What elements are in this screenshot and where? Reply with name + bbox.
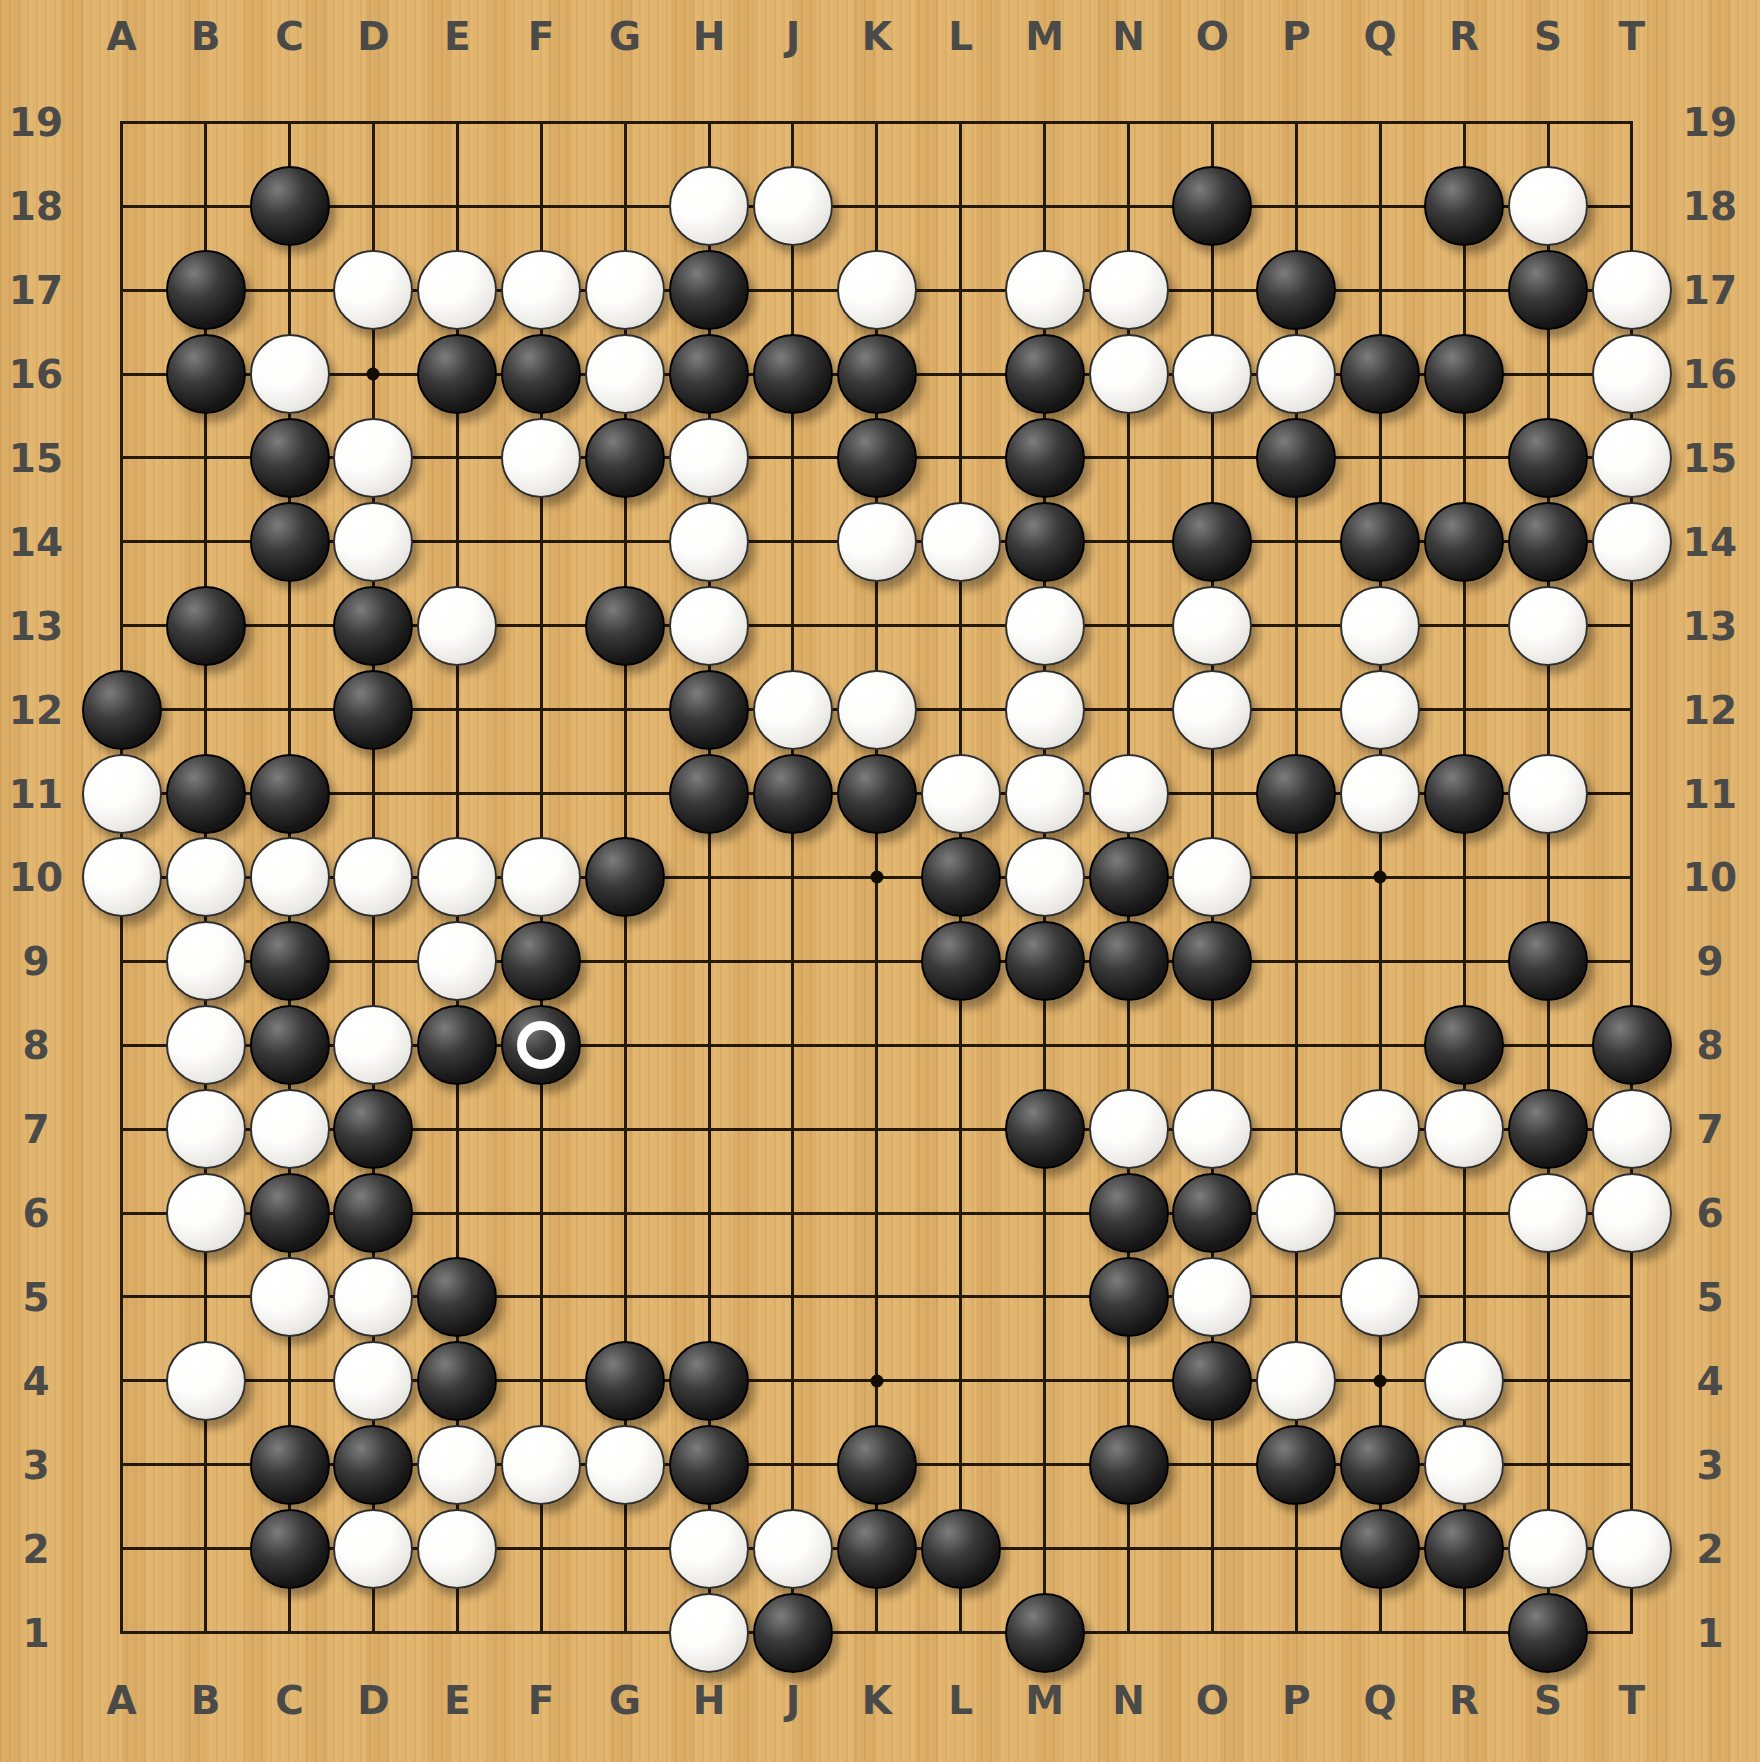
stone-white[interactable]	[1340, 670, 1420, 750]
grid-line-vertical	[1547, 121, 1550, 1634]
go-board[interactable]: AABBCCDDEEFFGGHHJJKKLLMMNNOOPPQQRRSSTT19…	[0, 0, 1760, 1762]
stone-black[interactable]	[82, 670, 162, 750]
stone-white[interactable]	[753, 166, 833, 246]
stone-black[interactable]	[837, 1509, 917, 1589]
stone-white[interactable]	[669, 586, 749, 666]
stone-white[interactable]	[585, 334, 665, 414]
stone-black[interactable]	[1256, 1425, 1336, 1505]
column-label-bottom: R	[1449, 1678, 1479, 1723]
stone-black[interactable]	[837, 754, 917, 834]
stone-black[interactable]	[333, 670, 413, 750]
row-label-right: 15	[1683, 435, 1737, 480]
stone-white[interactable]	[166, 1089, 246, 1169]
stone-black[interactable]	[753, 334, 833, 414]
column-label-top: M	[1025, 14, 1064, 59]
stone-black[interactable]	[1089, 1425, 1169, 1505]
row-label-left: 7	[22, 1107, 49, 1152]
grid-line-horizontal	[120, 1631, 1633, 1634]
stone-white[interactable]	[1172, 334, 1252, 414]
stone-white[interactable]	[333, 1509, 413, 1589]
stone-white[interactable]	[250, 1089, 330, 1169]
stone-white[interactable]	[166, 837, 246, 917]
stone-white[interactable]	[501, 837, 581, 917]
row-label-left: 19	[9, 100, 63, 145]
stone-black[interactable]	[166, 586, 246, 666]
stone-white[interactable]	[1172, 586, 1252, 666]
stone-black[interactable]	[417, 334, 497, 414]
stone-black[interactable]	[250, 1005, 330, 1085]
stone-white[interactable]	[1005, 250, 1085, 330]
stone-black[interactable]	[1172, 502, 1252, 582]
row-label-left: 1	[22, 1610, 49, 1655]
row-label-left: 10	[9, 855, 63, 900]
stone-white[interactable]	[1089, 334, 1169, 414]
stone-black[interactable]	[669, 1425, 749, 1505]
stone-white[interactable]	[166, 1341, 246, 1421]
stone-black[interactable]	[1005, 921, 1085, 1001]
row-label-left: 9	[22, 939, 49, 984]
row-label-left: 6	[22, 1191, 49, 1236]
stone-white[interactable]	[166, 1005, 246, 1085]
column-label-top: C	[275, 14, 304, 59]
star-point	[1374, 871, 1387, 884]
stone-black[interactable]	[585, 1341, 665, 1421]
stone-black[interactable]	[1592, 1005, 1672, 1085]
stone-black[interactable]	[166, 334, 246, 414]
stone-black[interactable]	[585, 418, 665, 498]
stone-black[interactable]	[333, 586, 413, 666]
stone-black[interactable]	[669, 670, 749, 750]
stone-black[interactable]	[837, 334, 917, 414]
row-label-left: 3	[22, 1442, 49, 1487]
stone-black[interactable]	[921, 1509, 1001, 1589]
stone-white[interactable]	[1592, 502, 1672, 582]
stone-black[interactable]	[1172, 921, 1252, 1001]
column-label-top: K	[862, 14, 892, 59]
stone-white[interactable]	[333, 837, 413, 917]
stone-white[interactable]	[333, 502, 413, 582]
stone-white[interactable]	[1508, 754, 1588, 834]
stone-white[interactable]	[501, 418, 581, 498]
stone-white[interactable]	[1592, 1509, 1672, 1589]
stone-black[interactable]	[585, 837, 665, 917]
stone-black[interactable]	[1424, 1005, 1504, 1085]
stone-black[interactable]	[837, 1425, 917, 1505]
stone-white[interactable]	[1424, 1089, 1504, 1169]
stone-black[interactable]	[1005, 334, 1085, 414]
column-label-top: S	[1534, 14, 1562, 59]
column-label-top: P	[1282, 14, 1311, 59]
stone-white[interactable]	[250, 334, 330, 414]
stone-black[interactable]	[501, 921, 581, 1001]
column-label-bottom: M	[1025, 1678, 1064, 1723]
stone-white[interactable]	[669, 1593, 749, 1673]
column-label-bottom: L	[948, 1678, 973, 1723]
stone-black[interactable]	[669, 250, 749, 330]
stone-white[interactable]	[1089, 754, 1169, 834]
column-label-bottom: J	[786, 1678, 801, 1723]
stone-black[interactable]	[166, 250, 246, 330]
stone-black[interactable]	[1508, 502, 1588, 582]
row-label-right: 3	[1696, 1442, 1723, 1487]
column-label-bottom: O	[1196, 1678, 1229, 1723]
row-label-left: 13	[9, 603, 63, 648]
column-label-top: G	[609, 14, 641, 59]
stone-white[interactable]	[1340, 586, 1420, 666]
stone-black[interactable]	[1340, 1509, 1420, 1589]
stone-black[interactable]	[753, 1593, 833, 1673]
stone-black[interactable]	[1089, 921, 1169, 1001]
stone-white[interactable]	[501, 250, 581, 330]
stone-white[interactable]	[417, 1509, 497, 1589]
stone-black[interactable]	[1424, 1509, 1504, 1589]
stone-black[interactable]	[1508, 418, 1588, 498]
row-label-left: 12	[9, 687, 63, 732]
column-label-top: D	[357, 14, 389, 59]
stone-white[interactable]	[1340, 1089, 1420, 1169]
column-label-top: F	[528, 14, 555, 59]
column-label-bottom: C	[275, 1678, 304, 1723]
stone-white[interactable]	[1256, 334, 1336, 414]
stone-black[interactable]	[921, 837, 1001, 917]
stone-black[interactable]	[501, 1005, 581, 1085]
stone-black[interactable]	[585, 586, 665, 666]
stone-black[interactable]	[753, 754, 833, 834]
column-label-bottom: D	[357, 1678, 389, 1723]
stone-white[interactable]	[837, 502, 917, 582]
row-label-left: 15	[9, 435, 63, 480]
stone-white[interactable]	[669, 1509, 749, 1589]
stone-black[interactable]	[1089, 1257, 1169, 1337]
stone-white[interactable]	[669, 166, 749, 246]
stone-black[interactable]	[1005, 502, 1085, 582]
row-label-right: 8	[1696, 1023, 1723, 1068]
stone-black[interactable]	[1089, 1173, 1169, 1253]
column-label-top: H	[693, 14, 726, 59]
stone-white[interactable]	[417, 586, 497, 666]
stone-white[interactable]	[1424, 1341, 1504, 1421]
stone-black[interactable]	[1256, 418, 1336, 498]
stone-white[interactable]	[585, 250, 665, 330]
stone-white[interactable]	[333, 1005, 413, 1085]
stone-black[interactable]	[1005, 1593, 1085, 1673]
stone-white[interactable]	[1508, 1173, 1588, 1253]
stone-black[interactable]	[1508, 250, 1588, 330]
row-label-right: 19	[1683, 100, 1737, 145]
stone-black[interactable]	[1089, 837, 1169, 917]
column-label-bottom: Q	[1364, 1678, 1397, 1723]
row-label-left: 5	[22, 1274, 49, 1319]
row-label-right: 2	[1696, 1526, 1723, 1571]
stone-white[interactable]	[1172, 1257, 1252, 1337]
stone-white[interactable]	[333, 250, 413, 330]
stone-white[interactable]	[1592, 418, 1672, 498]
stone-white[interactable]	[1340, 754, 1420, 834]
stone-white[interactable]	[166, 1173, 246, 1253]
stone-black[interactable]	[417, 1257, 497, 1337]
stone-white[interactable]	[1592, 250, 1672, 330]
stone-white[interactable]	[1592, 1173, 1672, 1253]
stone-white[interactable]	[1508, 1509, 1588, 1589]
stone-black[interactable]	[250, 1173, 330, 1253]
column-label-bottom: A	[107, 1678, 137, 1723]
stone-black[interactable]	[1340, 502, 1420, 582]
stone-black[interactable]	[1508, 921, 1588, 1001]
stone-white[interactable]	[82, 837, 162, 917]
stone-black[interactable]	[669, 754, 749, 834]
stone-black[interactable]	[333, 1425, 413, 1505]
stone-white[interactable]	[1005, 670, 1085, 750]
column-label-bottom: E	[444, 1678, 471, 1723]
stone-black[interactable]	[1172, 166, 1252, 246]
stone-black[interactable]	[417, 1005, 497, 1085]
stone-white[interactable]	[1424, 1425, 1504, 1505]
stone-white[interactable]	[921, 754, 1001, 834]
row-label-right: 13	[1683, 603, 1737, 648]
row-label-right: 5	[1696, 1274, 1723, 1319]
grid-line-horizontal	[120, 960, 1633, 963]
column-label-bottom: T	[1619, 1678, 1646, 1723]
stone-black[interactable]	[1256, 754, 1336, 834]
row-label-right: 1	[1696, 1610, 1723, 1655]
stone-black[interactable]	[166, 754, 246, 834]
column-label-top: A	[107, 14, 137, 59]
row-label-left: 11	[9, 771, 63, 816]
row-label-left: 18	[9, 184, 63, 229]
stone-white[interactable]	[1172, 670, 1252, 750]
stone-black[interactable]	[250, 1509, 330, 1589]
star-point	[870, 871, 883, 884]
star-point	[1374, 1374, 1387, 1387]
stone-white[interactable]	[753, 1509, 833, 1589]
stone-white[interactable]	[1340, 1257, 1420, 1337]
stone-black[interactable]	[1172, 1173, 1252, 1253]
row-label-right: 18	[1683, 184, 1737, 229]
stone-white[interactable]	[250, 1257, 330, 1337]
stone-white[interactable]	[1089, 250, 1169, 330]
last-move-marker	[517, 1021, 565, 1069]
stone-white[interactable]	[1005, 754, 1085, 834]
row-label-right: 16	[1683, 352, 1737, 397]
column-label-bottom: B	[191, 1678, 221, 1723]
stone-white[interactable]	[333, 418, 413, 498]
stone-black[interactable]	[250, 921, 330, 1001]
column-label-top: T	[1619, 14, 1646, 59]
stone-black[interactable]	[1424, 754, 1504, 834]
row-label-right: 10	[1683, 855, 1737, 900]
column-label-bottom: F	[528, 1678, 555, 1723]
row-label-left: 17	[9, 268, 63, 313]
stone-white[interactable]	[333, 1341, 413, 1421]
stone-white[interactable]	[669, 418, 749, 498]
row-label-right: 14	[1683, 519, 1737, 564]
stone-white[interactable]	[82, 754, 162, 834]
stone-white[interactable]	[417, 837, 497, 917]
stone-white[interactable]	[1172, 1089, 1252, 1169]
stone-white[interactable]	[333, 1257, 413, 1337]
stone-black[interactable]	[1424, 166, 1504, 246]
stone-black[interactable]	[250, 1425, 330, 1505]
column-label-bottom: N	[1112, 1678, 1145, 1723]
column-label-top: Q	[1364, 14, 1397, 59]
row-label-left: 4	[22, 1358, 49, 1403]
column-label-top: O	[1196, 14, 1229, 59]
stone-white[interactable]	[1256, 1173, 1336, 1253]
column-label-bottom: K	[862, 1678, 892, 1723]
stone-white[interactable]	[669, 502, 749, 582]
stone-white[interactable]	[585, 1425, 665, 1505]
stone-black[interactable]	[250, 502, 330, 582]
stone-white[interactable]	[166, 921, 246, 1001]
star-point	[367, 368, 380, 381]
column-label-top: E	[444, 14, 471, 59]
stone-black[interactable]	[1424, 502, 1504, 582]
column-label-top: J	[786, 14, 801, 59]
stone-white[interactable]	[1508, 586, 1588, 666]
column-label-top: R	[1449, 14, 1479, 59]
stone-white[interactable]	[1005, 837, 1085, 917]
stone-black[interactable]	[333, 1173, 413, 1253]
stone-black[interactable]	[333, 1089, 413, 1169]
stone-black[interactable]	[501, 334, 581, 414]
stone-white[interactable]	[1592, 1089, 1672, 1169]
stone-black[interactable]	[250, 754, 330, 834]
stone-white[interactable]	[753, 670, 833, 750]
stone-black[interactable]	[1340, 334, 1420, 414]
row-label-right: 9	[1696, 939, 1723, 984]
column-label-bottom: P	[1282, 1678, 1311, 1723]
row-label-left: 14	[9, 519, 63, 564]
stone-white[interactable]	[417, 250, 497, 330]
stone-black[interactable]	[1256, 250, 1336, 330]
row-label-left: 8	[22, 1023, 49, 1068]
stone-white[interactable]	[837, 250, 917, 330]
stone-black[interactable]	[1005, 418, 1085, 498]
stone-black[interactable]	[837, 418, 917, 498]
row-label-right: 4	[1696, 1358, 1723, 1403]
stone-white[interactable]	[1592, 334, 1672, 414]
stone-black[interactable]	[921, 921, 1001, 1001]
row-label-right: 11	[1683, 771, 1737, 816]
stone-black[interactable]	[250, 166, 330, 246]
star-point	[870, 1374, 883, 1387]
stone-black[interactable]	[1508, 1089, 1588, 1169]
row-label-right: 17	[1683, 268, 1737, 313]
row-label-right: 7	[1696, 1107, 1723, 1152]
stone-white[interactable]	[921, 502, 1001, 582]
stone-white[interactable]	[1508, 166, 1588, 246]
column-label-top: B	[191, 14, 221, 59]
stone-black[interactable]	[1005, 1089, 1085, 1169]
column-label-top: L	[948, 14, 973, 59]
column-label-bottom: H	[693, 1678, 726, 1723]
row-label-left: 2	[22, 1526, 49, 1571]
stone-black[interactable]	[669, 1341, 749, 1421]
stone-white[interactable]	[501, 1425, 581, 1505]
stone-black[interactable]	[1424, 334, 1504, 414]
stone-white[interactable]	[837, 670, 917, 750]
column-label-bottom: G	[609, 1678, 641, 1723]
stone-black[interactable]	[1340, 1425, 1420, 1505]
stone-black[interactable]	[1172, 1341, 1252, 1421]
stone-black[interactable]	[1508, 1593, 1588, 1673]
column-label-bottom: S	[1534, 1678, 1562, 1723]
stone-white[interactable]	[250, 837, 330, 917]
stone-black[interactable]	[417, 1341, 497, 1421]
stone-white[interactable]	[417, 921, 497, 1001]
stone-white[interactable]	[1089, 1089, 1169, 1169]
stone-white[interactable]	[1005, 586, 1085, 666]
stone-white[interactable]	[1256, 1341, 1336, 1421]
row-label-right: 6	[1696, 1191, 1723, 1236]
stone-black[interactable]	[669, 334, 749, 414]
column-label-top: N	[1112, 14, 1145, 59]
row-label-left: 16	[9, 352, 63, 397]
stone-black[interactable]	[250, 418, 330, 498]
stone-white[interactable]	[1172, 837, 1252, 917]
row-label-right: 12	[1683, 687, 1737, 732]
stone-white[interactable]	[417, 1425, 497, 1505]
